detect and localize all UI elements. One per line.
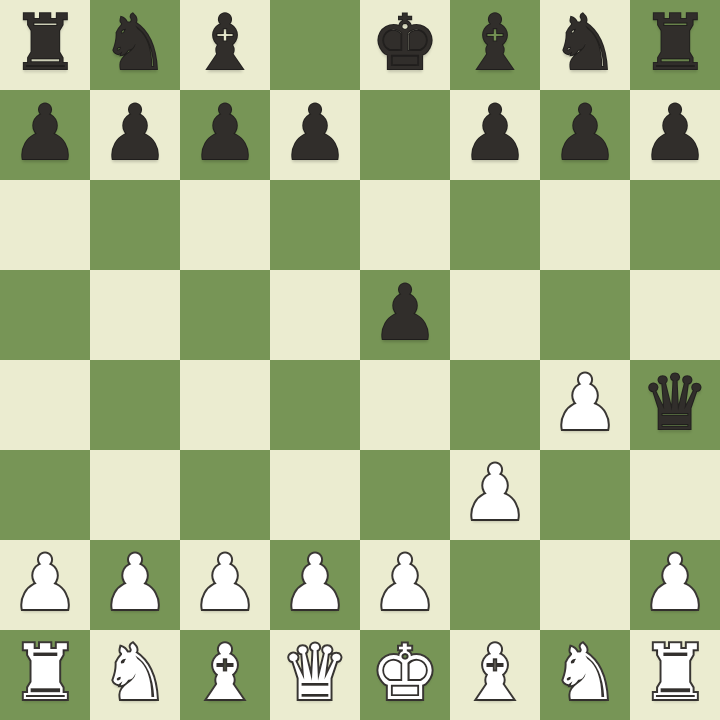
chess-board: ♜♞♝♚♝♞♜♟♟♟♟♟♟♟♟♟♛♟♟♟♟♟♟♟♜♞♝♛♚♝♞♜ xyxy=(0,0,720,720)
square-a6[interactable] xyxy=(0,180,90,270)
square-b4[interactable] xyxy=(90,360,180,450)
square-g5[interactable] xyxy=(540,270,630,360)
square-c2[interactable]: ♟ xyxy=(180,540,270,630)
square-e6[interactable] xyxy=(360,180,450,270)
piece-white-pawn[interactable]: ♟ xyxy=(101,538,169,628)
piece-black-rook[interactable]: ♜ xyxy=(641,0,709,88)
square-e7[interactable] xyxy=(360,90,450,180)
square-d7[interactable]: ♟ xyxy=(270,90,360,180)
square-b2[interactable]: ♟ xyxy=(90,540,180,630)
square-d3[interactable] xyxy=(270,450,360,540)
square-a3[interactable] xyxy=(0,450,90,540)
piece-black-pawn[interactable]: ♟ xyxy=(371,268,439,358)
square-h1[interactable]: ♜ xyxy=(630,630,720,720)
square-g6[interactable] xyxy=(540,180,630,270)
square-d1[interactable]: ♛ xyxy=(270,630,360,720)
square-d2[interactable]: ♟ xyxy=(270,540,360,630)
square-b8[interactable]: ♞ xyxy=(90,0,180,90)
piece-black-knight[interactable]: ♞ xyxy=(551,0,619,88)
square-a8[interactable]: ♜ xyxy=(0,0,90,90)
square-f2[interactable] xyxy=(450,540,540,630)
square-h5[interactable] xyxy=(630,270,720,360)
square-h6[interactable] xyxy=(630,180,720,270)
square-f1[interactable]: ♝ xyxy=(450,630,540,720)
square-e1[interactable]: ♚ xyxy=(360,630,450,720)
square-g2[interactable] xyxy=(540,540,630,630)
piece-black-pawn[interactable]: ♟ xyxy=(551,88,619,178)
piece-white-pawn[interactable]: ♟ xyxy=(281,538,349,628)
square-c6[interactable] xyxy=(180,180,270,270)
square-b5[interactable] xyxy=(90,270,180,360)
piece-black-rook[interactable]: ♜ xyxy=(11,0,79,88)
square-b6[interactable] xyxy=(90,180,180,270)
piece-white-knight[interactable]: ♞ xyxy=(101,628,169,718)
piece-black-pawn[interactable]: ♟ xyxy=(101,88,169,178)
square-f3[interactable]: ♟ xyxy=(450,450,540,540)
square-b3[interactable] xyxy=(90,450,180,540)
piece-white-rook[interactable]: ♜ xyxy=(11,628,79,718)
square-c8[interactable]: ♝ xyxy=(180,0,270,90)
square-c7[interactable]: ♟ xyxy=(180,90,270,180)
piece-white-knight[interactable]: ♞ xyxy=(551,628,619,718)
piece-white-pawn[interactable]: ♟ xyxy=(641,538,709,628)
piece-black-bishop[interactable]: ♝ xyxy=(461,0,529,88)
piece-black-queen[interactable]: ♛ xyxy=(641,358,709,448)
square-b1[interactable]: ♞ xyxy=(90,630,180,720)
square-e8[interactable]: ♚ xyxy=(360,0,450,90)
piece-white-pawn[interactable]: ♟ xyxy=(461,448,529,538)
square-a5[interactable] xyxy=(0,270,90,360)
square-f6[interactable] xyxy=(450,180,540,270)
square-a7[interactable]: ♟ xyxy=(0,90,90,180)
square-f8[interactable]: ♝ xyxy=(450,0,540,90)
piece-black-pawn[interactable]: ♟ xyxy=(191,88,259,178)
piece-black-pawn[interactable]: ♟ xyxy=(461,88,529,178)
square-g7[interactable]: ♟ xyxy=(540,90,630,180)
square-e5[interactable]: ♟ xyxy=(360,270,450,360)
square-d5[interactable] xyxy=(270,270,360,360)
square-c5[interactable] xyxy=(180,270,270,360)
square-g8[interactable]: ♞ xyxy=(540,0,630,90)
square-a2[interactable]: ♟ xyxy=(0,540,90,630)
square-a1[interactable]: ♜ xyxy=(0,630,90,720)
piece-white-pawn[interactable]: ♟ xyxy=(11,538,79,628)
square-d6[interactable] xyxy=(270,180,360,270)
piece-white-rook[interactable]: ♜ xyxy=(641,628,709,718)
piece-black-king[interactable]: ♚ xyxy=(371,0,439,88)
piece-white-pawn[interactable]: ♟ xyxy=(191,538,259,628)
square-d8[interactable] xyxy=(270,0,360,90)
piece-white-bishop[interactable]: ♝ xyxy=(191,628,259,718)
piece-black-pawn[interactable]: ♟ xyxy=(281,88,349,178)
piece-white-bishop[interactable]: ♝ xyxy=(461,628,529,718)
square-c4[interactable] xyxy=(180,360,270,450)
square-f7[interactable]: ♟ xyxy=(450,90,540,180)
piece-black-pawn[interactable]: ♟ xyxy=(641,88,709,178)
square-g4[interactable]: ♟ xyxy=(540,360,630,450)
square-e4[interactable] xyxy=(360,360,450,450)
square-d4[interactable] xyxy=(270,360,360,450)
piece-black-knight[interactable]: ♞ xyxy=(101,0,169,88)
square-g3[interactable] xyxy=(540,450,630,540)
square-e3[interactable] xyxy=(360,450,450,540)
square-b7[interactable]: ♟ xyxy=(90,90,180,180)
square-f5[interactable] xyxy=(450,270,540,360)
square-h7[interactable]: ♟ xyxy=(630,90,720,180)
piece-black-pawn[interactable]: ♟ xyxy=(11,88,79,178)
square-a4[interactable] xyxy=(0,360,90,450)
square-c3[interactable] xyxy=(180,450,270,540)
piece-white-king[interactable]: ♚ xyxy=(371,628,439,718)
square-g1[interactable]: ♞ xyxy=(540,630,630,720)
square-e2[interactable]: ♟ xyxy=(360,540,450,630)
square-h2[interactable]: ♟ xyxy=(630,540,720,630)
piece-white-queen[interactable]: ♛ xyxy=(281,628,349,718)
piece-white-pawn[interactable]: ♟ xyxy=(551,358,619,448)
square-c1[interactable]: ♝ xyxy=(180,630,270,720)
square-f4[interactable] xyxy=(450,360,540,450)
square-h8[interactable]: ♜ xyxy=(630,0,720,90)
square-h3[interactable] xyxy=(630,450,720,540)
square-h4[interactable]: ♛ xyxy=(630,360,720,450)
piece-black-bishop[interactable]: ♝ xyxy=(191,0,259,88)
piece-white-pawn[interactable]: ♟ xyxy=(371,538,439,628)
